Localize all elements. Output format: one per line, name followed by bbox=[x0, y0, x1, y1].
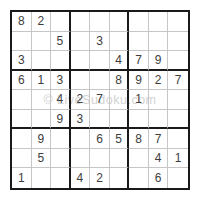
cell-r6c2[interactable] bbox=[32, 110, 52, 130]
cell-r1c6[interactable] bbox=[110, 12, 130, 32]
cell-r1c2[interactable]: 2 bbox=[32, 12, 52, 32]
cell-r1c7[interactable] bbox=[129, 12, 149, 32]
cell-r7c2[interactable]: 9 bbox=[32, 129, 52, 149]
cell-r9c6[interactable] bbox=[110, 168, 130, 188]
cell-r4c6[interactable]: 8 bbox=[110, 71, 130, 91]
cell-r9c2[interactable] bbox=[32, 168, 52, 188]
cell-r2c8[interactable] bbox=[149, 32, 169, 52]
cell-r7c7[interactable]: 8 bbox=[129, 129, 149, 149]
cell-r3c8[interactable]: 9 bbox=[149, 51, 169, 71]
cell-r7c5[interactable]: 6 bbox=[90, 129, 110, 149]
cell-r8c8[interactable]: 4 bbox=[149, 149, 169, 169]
cell-r4c1[interactable]: 6 bbox=[12, 71, 32, 91]
cell-r6c7[interactable] bbox=[129, 110, 149, 130]
cell-r4c7[interactable]: 9 bbox=[129, 71, 149, 91]
cell-r8c5[interactable] bbox=[90, 149, 110, 169]
cell-r6c1[interactable] bbox=[12, 110, 32, 130]
cell-r6c5[interactable] bbox=[90, 110, 110, 130]
cell-r7c8[interactable]: 7 bbox=[149, 129, 169, 149]
cell-r4c8[interactable]: 2 bbox=[149, 71, 169, 91]
cell-r9c8[interactable]: 6 bbox=[149, 168, 169, 188]
cell-r1c5[interactable] bbox=[90, 12, 110, 32]
cell-r5c7[interactable]: 1 bbox=[129, 90, 149, 110]
cell-r3c3[interactable] bbox=[51, 51, 71, 71]
cell-r6c9[interactable] bbox=[168, 110, 188, 130]
cell-r9c1[interactable]: 1 bbox=[12, 168, 32, 188]
cell-r1c4[interactable] bbox=[71, 12, 91, 32]
cell-r8c3[interactable] bbox=[51, 149, 71, 169]
cell-r5c1[interactable] bbox=[12, 90, 32, 110]
cell-r7c4[interactable] bbox=[71, 129, 91, 149]
cell-r1c1[interactable]: 8 bbox=[12, 12, 32, 32]
cell-r5c4[interactable]: 2 bbox=[71, 90, 91, 110]
cell-r9c3[interactable] bbox=[51, 168, 71, 188]
cell-r4c3[interactable]: 3 bbox=[51, 71, 71, 91]
cell-r2c2[interactable] bbox=[32, 32, 52, 52]
cell-r6c4[interactable]: 3 bbox=[71, 110, 91, 130]
cell-r8c4[interactable] bbox=[71, 149, 91, 169]
cell-r2c6[interactable] bbox=[110, 32, 130, 52]
cell-r4c5[interactable] bbox=[90, 71, 110, 91]
cell-r4c9[interactable]: 7 bbox=[168, 71, 188, 91]
cell-r9c5[interactable]: 2 bbox=[90, 168, 110, 188]
cell-r2c5[interactable]: 3 bbox=[90, 32, 110, 52]
cell-r6c3[interactable]: 9 bbox=[51, 110, 71, 130]
cell-r2c7[interactable] bbox=[129, 32, 149, 52]
cell-r8c2[interactable]: 5 bbox=[32, 149, 52, 169]
cell-r8c9[interactable]: 1 bbox=[168, 149, 188, 169]
cell-r8c6[interactable] bbox=[110, 149, 130, 169]
cell-r8c1[interactable] bbox=[12, 149, 32, 169]
sudoku-page: © LiveSudoku.com 82533479613892742719396… bbox=[0, 0, 200, 200]
cell-r8c7[interactable] bbox=[129, 149, 149, 169]
cell-r3c9[interactable] bbox=[168, 51, 188, 71]
cell-r9c7[interactable] bbox=[129, 168, 149, 188]
cell-r2c4[interactable] bbox=[71, 32, 91, 52]
cell-r2c1[interactable] bbox=[12, 32, 32, 52]
cell-r6c6[interactable] bbox=[110, 110, 130, 130]
cell-r7c1[interactable] bbox=[12, 129, 32, 149]
cell-r5c5[interactable]: 7 bbox=[90, 90, 110, 110]
cell-r4c2[interactable]: 1 bbox=[32, 71, 52, 91]
cell-r5c3[interactable]: 4 bbox=[51, 90, 71, 110]
cell-r3c4[interactable] bbox=[71, 51, 91, 71]
cell-r9c9[interactable] bbox=[168, 168, 188, 188]
cell-r7c6[interactable]: 5 bbox=[110, 129, 130, 149]
cell-r5c2[interactable] bbox=[32, 90, 52, 110]
cell-r2c3[interactable]: 5 bbox=[51, 32, 71, 52]
cell-r5c8[interactable] bbox=[149, 90, 169, 110]
sudoku-board: 825334796138927427193965875411426 bbox=[10, 10, 190, 190]
cell-r9c4[interactable]: 4 bbox=[71, 168, 91, 188]
cell-r1c3[interactable] bbox=[51, 12, 71, 32]
cell-r6c8[interactable] bbox=[149, 110, 169, 130]
cell-r5c9[interactable] bbox=[168, 90, 188, 110]
cell-r3c5[interactable] bbox=[90, 51, 110, 71]
cell-r1c8[interactable] bbox=[149, 12, 169, 32]
cell-r1c9[interactable] bbox=[168, 12, 188, 32]
cell-r3c2[interactable] bbox=[32, 51, 52, 71]
cell-r3c1[interactable]: 3 bbox=[12, 51, 32, 71]
cell-r7c9[interactable] bbox=[168, 129, 188, 149]
cell-r4c4[interactable] bbox=[71, 71, 91, 91]
cell-r3c6[interactable]: 4 bbox=[110, 51, 130, 71]
cell-r2c9[interactable] bbox=[168, 32, 188, 52]
cell-r3c7[interactable]: 7 bbox=[129, 51, 149, 71]
cell-r7c3[interactable] bbox=[51, 129, 71, 149]
cell-r5c6[interactable] bbox=[110, 90, 130, 110]
